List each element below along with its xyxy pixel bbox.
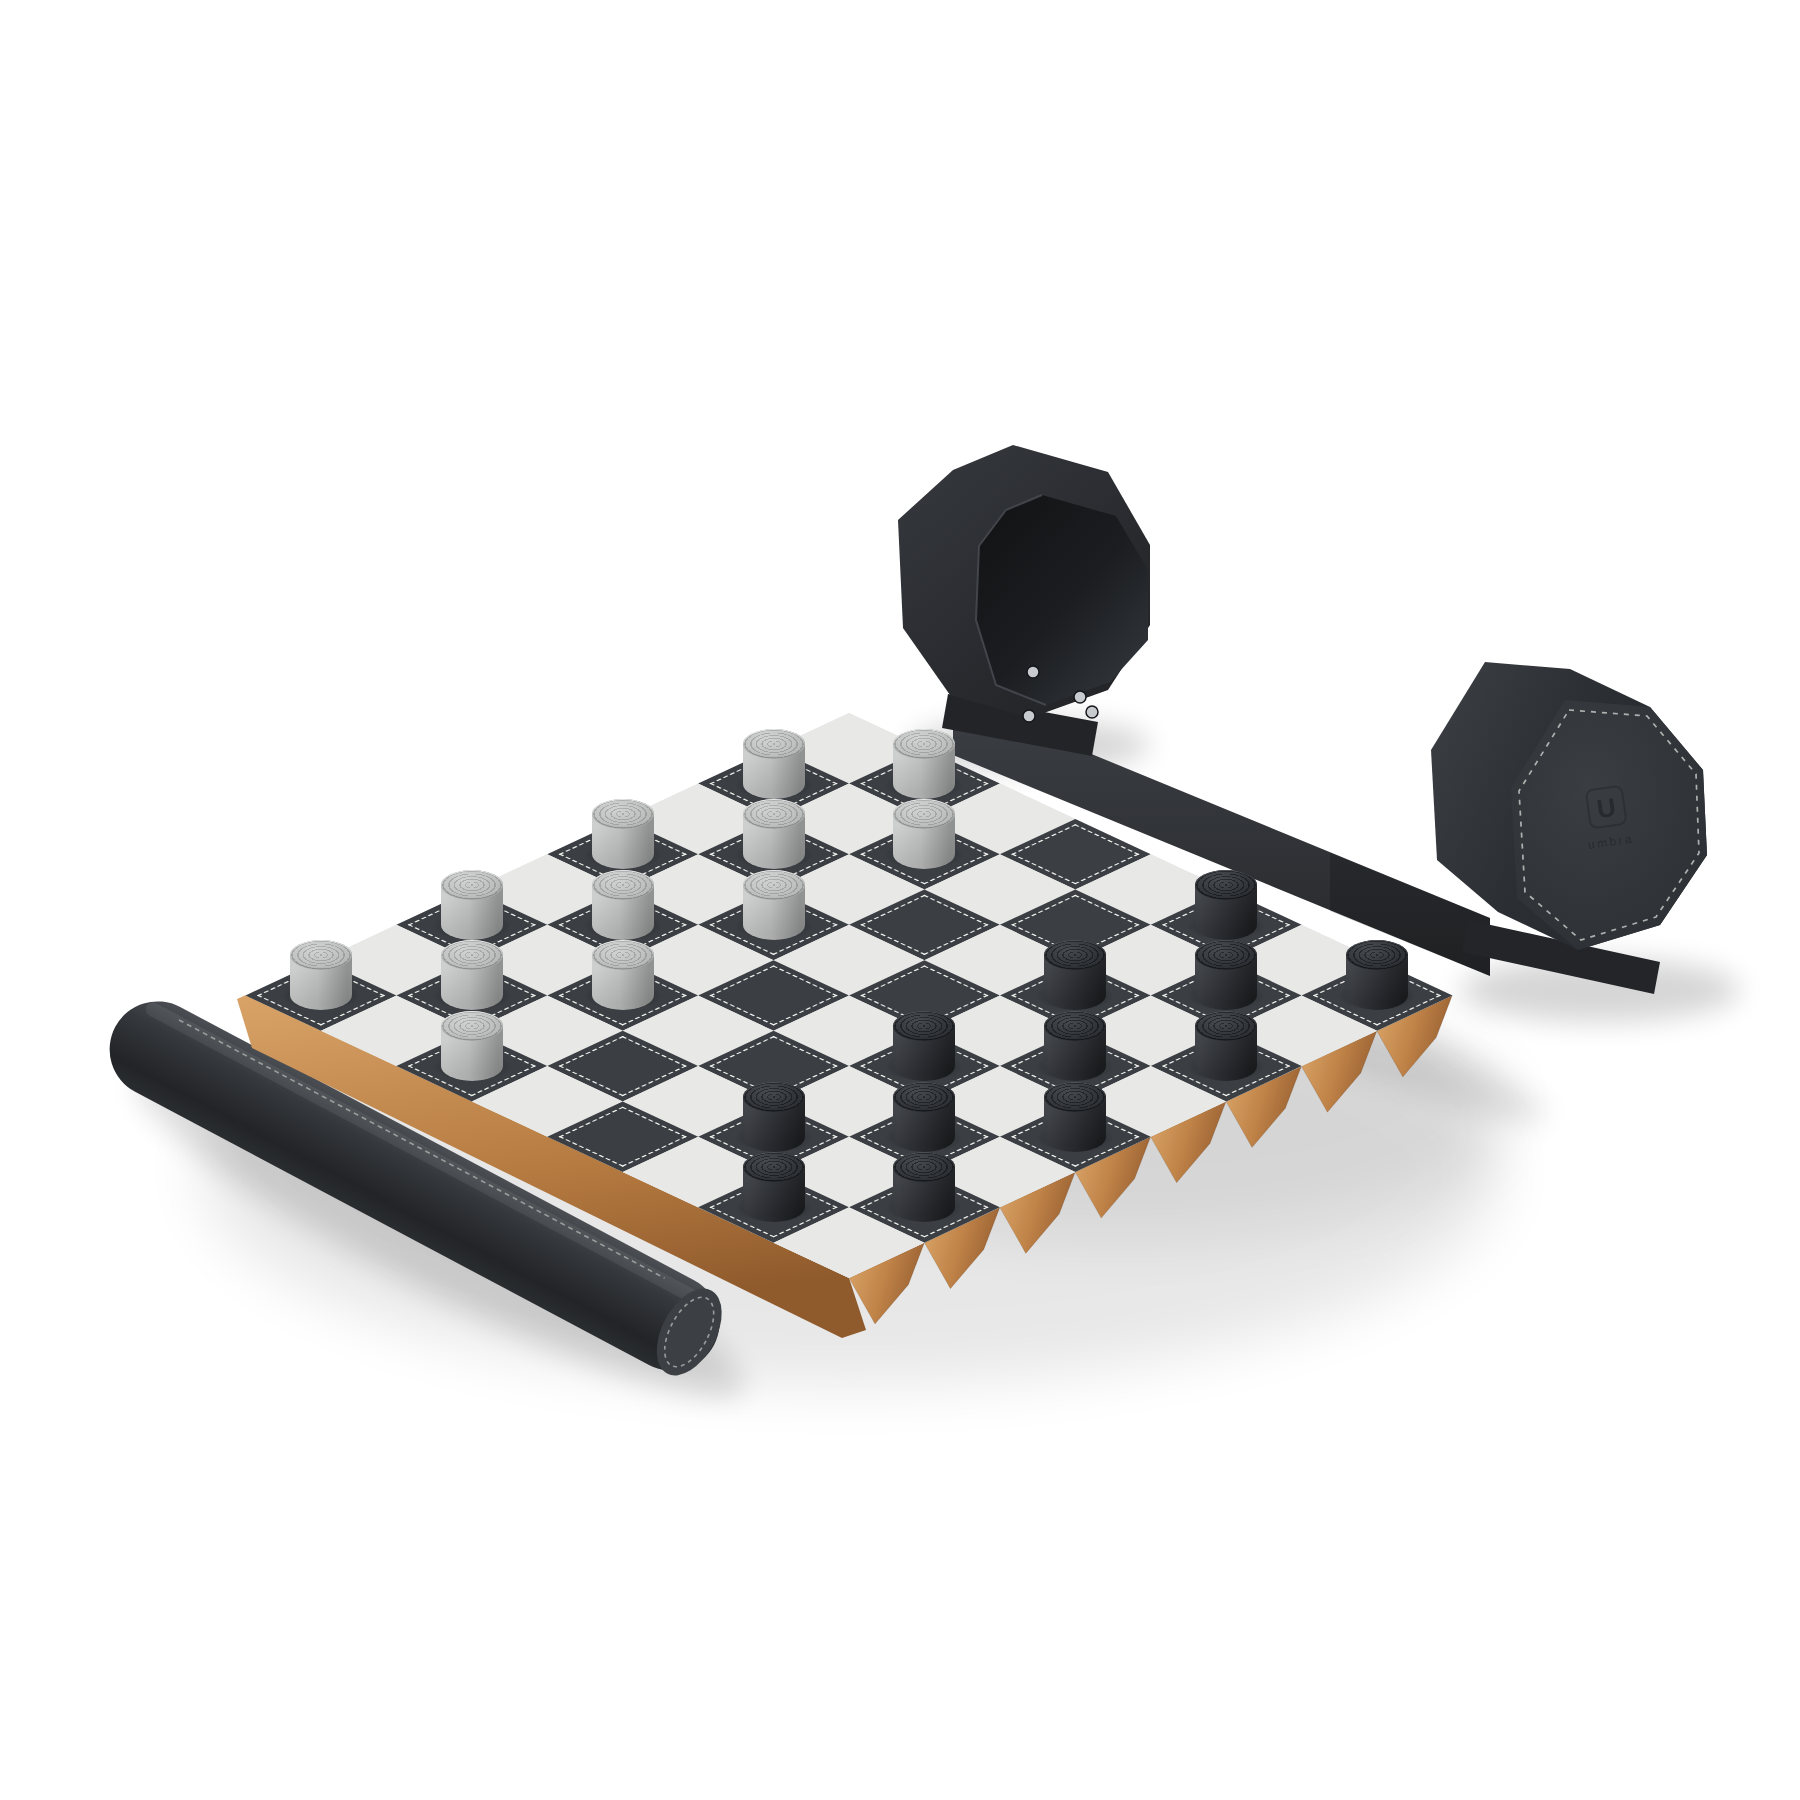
piece-top: [893, 1011, 955, 1041]
checker-black[interactable]: [1346, 940, 1408, 1028]
piece-top: [1044, 1011, 1106, 1041]
checker-gray[interactable]: [743, 870, 805, 958]
piece-top: [743, 1152, 805, 1182]
rivet-icon: [1027, 666, 1039, 678]
piece-top: [1195, 1011, 1257, 1041]
rivet-icon: [1023, 710, 1035, 722]
checker-black[interactable]: [893, 1152, 955, 1240]
piece-top: [893, 1082, 955, 1112]
piece-top: [743, 729, 805, 759]
piece-top: [1044, 1082, 1106, 1112]
right-octagon-cap: U umbra: [1431, 662, 1707, 950]
rivet-icon: [1074, 691, 1086, 703]
piece-top: [743, 799, 805, 829]
scene: U umbra: [0, 0, 1800, 1800]
piece-top: [592, 870, 654, 900]
piece-top: [893, 729, 955, 759]
checker-gray[interactable]: [893, 799, 955, 887]
piece-top: [743, 870, 805, 900]
piece-top: [592, 799, 654, 829]
rivet-icon: [1086, 706, 1098, 718]
piece-top: [743, 1082, 805, 1112]
checker-gray[interactable]: [441, 1011, 503, 1099]
checker-gray[interactable]: [290, 940, 352, 1028]
left-octagon-mouth: [976, 495, 1148, 705]
checker-black[interactable]: [1044, 1082, 1106, 1170]
piece-top: [441, 870, 503, 900]
checker-black[interactable]: [743, 1152, 805, 1240]
piece-top: [1195, 870, 1257, 900]
checker-black[interactable]: [1195, 1011, 1257, 1099]
piece-top: [441, 1011, 503, 1041]
left-octagon-cup: [898, 445, 1150, 722]
checker-gray[interactable]: [592, 940, 654, 1028]
